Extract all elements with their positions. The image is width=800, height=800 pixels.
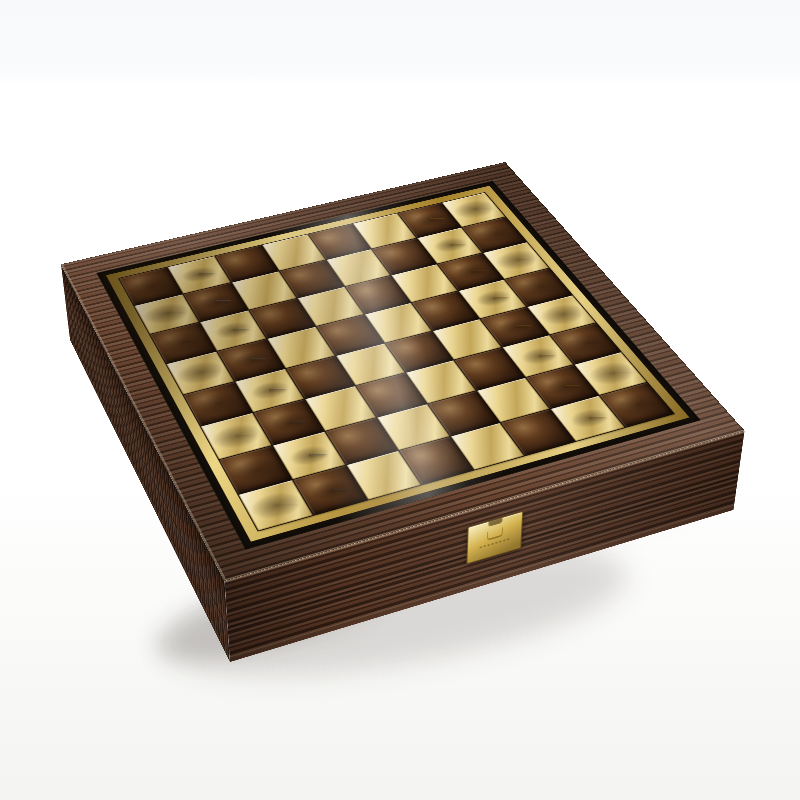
- latch-engraved-text-line: [480, 538, 510, 548]
- pawn-glyph: ♟: [525, 370, 651, 423]
- product-photo-stage: ♜♞♝♛♚♝♞♜♟♟♟♟♟♟♟♟♟♟♟♟♟♟♟♟♜♞♝♛♚♝♞♜: [0, 0, 800, 800]
- chess-box: ♜♞♝♛♚♝♞♜♟♟♟♟♟♟♟♟♟♟♟♟♟♟♟♟♜♞♝♛♚♝♞♜: [61, 162, 745, 581]
- latch-notch: [488, 518, 502, 527]
- manufacturer-logo-engraving-icon: [487, 527, 503, 541]
- rook-glyph: ♜: [209, 428, 342, 510]
- brass-latch: [466, 511, 523, 564]
